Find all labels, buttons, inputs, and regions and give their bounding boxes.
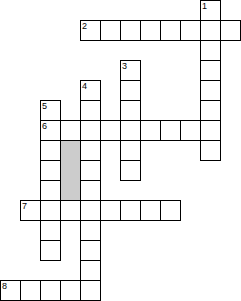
crossword-cell-c10-r6[interactable]: [200, 120, 221, 141]
clue-number-3: 3: [122, 61, 127, 71]
crossword-cell-c6-r6[interactable]: [120, 120, 141, 141]
clue-number-7: 7: [22, 201, 27, 211]
crossword-cell-c9-r1[interactable]: [180, 20, 201, 41]
crossword-cell-c4-r4[interactable]: 4: [80, 80, 101, 101]
crossword-cell-c8-r10[interactable]: [160, 200, 181, 221]
crossword-cell-c2-r9[interactable]: [40, 180, 61, 201]
crossword-cell-c11-r1[interactable]: [220, 20, 241, 41]
crossword-cell-c2-r11[interactable]: [40, 220, 61, 241]
crossword-cell-c4-r7[interactable]: [80, 140, 101, 161]
crossword-cell-c3-r14[interactable]: [60, 280, 81, 301]
crossword-cell-c5-r1[interactable]: [100, 20, 121, 41]
crossword-cell-c4-r9[interactable]: [80, 180, 101, 201]
crossword-cell-c4-r13[interactable]: [80, 260, 101, 281]
crossword-cell-c6-r7[interactable]: [120, 140, 141, 161]
crossword-cell-c2-r5[interactable]: 5: [40, 100, 61, 121]
crossword-cell-c5-r10[interactable]: [100, 200, 121, 221]
clue-number-6: 6: [42, 121, 47, 131]
crossword-cell-c4-r1[interactable]: 2: [80, 20, 101, 41]
crossword-cell-c5-r6[interactable]: [100, 120, 121, 141]
crossword-cell-c10-r4[interactable]: [200, 80, 221, 101]
clue-number-2: 2: [82, 21, 87, 31]
crossword-cell-c4-r5[interactable]: [80, 100, 101, 121]
crossword-cell-c2-r14[interactable]: [40, 280, 61, 301]
crossword-cell-c6-r8[interactable]: [120, 160, 141, 181]
crossword-cell-c10-r3[interactable]: [200, 60, 221, 81]
crossword-cell-c4-r8[interactable]: [80, 160, 101, 181]
crossword-cell-c6-r10[interactable]: [120, 200, 141, 221]
crossword-cell-c6-r5[interactable]: [120, 100, 141, 121]
crossword-cell-c2-r6[interactable]: 6: [40, 120, 61, 141]
crossword-cell-c2-r8[interactable]: [40, 160, 61, 181]
clue-number-1: 1: [202, 1, 207, 11]
clue-number-4: 4: [82, 81, 87, 91]
crossword-cell-c1-r14[interactable]: [20, 280, 41, 301]
crossword-cell-c4-r14[interactable]: [80, 280, 101, 301]
crossword-cell-c8-r1[interactable]: [160, 20, 181, 41]
shaded-answer-block[interactable]: [60, 140, 81, 201]
crossword-cell-c10-r0[interactable]: 1: [200, 0, 221, 21]
crossword-cell-c7-r1[interactable]: [140, 20, 161, 41]
crossword-cell-c10-r2[interactable]: [200, 40, 221, 61]
crossword-cell-c7-r10[interactable]: [140, 200, 161, 221]
crossword-cell-c7-r6[interactable]: [140, 120, 161, 141]
crossword-cell-c0-r14[interactable]: 8: [0, 280, 21, 301]
crossword-cell-c3-r6[interactable]: [60, 120, 81, 141]
crossword-cell-c4-r12[interactable]: [80, 240, 101, 261]
crossword-cell-c3-r10[interactable]: [60, 200, 81, 221]
crossword-cell-c2-r12[interactable]: [40, 240, 61, 261]
crossword-cell-c2-r7[interactable]: [40, 140, 61, 161]
crossword-grid: 12345678: [0, 0, 241, 301]
clue-number-8: 8: [2, 281, 7, 291]
crossword-cell-c10-r7[interactable]: [200, 140, 221, 161]
crossword-cell-c10-r5[interactable]: [200, 100, 221, 121]
crossword-cell-c4-r10[interactable]: [80, 200, 101, 221]
crossword-cell-c6-r3[interactable]: 3: [120, 60, 141, 81]
crossword-cell-c4-r6[interactable]: [80, 120, 101, 141]
crossword-cell-c2-r10[interactable]: [40, 200, 61, 221]
crossword-cell-c1-r10[interactable]: 7: [20, 200, 41, 221]
crossword-cell-c4-r11[interactable]: [80, 220, 101, 241]
crossword-cell-c6-r4[interactable]: [120, 80, 141, 101]
crossword-cell-c10-r1[interactable]: [200, 20, 221, 41]
clue-number-5: 5: [42, 101, 47, 111]
crossword-cell-c8-r6[interactable]: [160, 120, 181, 141]
crossword-cell-c6-r1[interactable]: [120, 20, 141, 41]
crossword-cell-c9-r6[interactable]: [180, 120, 201, 141]
